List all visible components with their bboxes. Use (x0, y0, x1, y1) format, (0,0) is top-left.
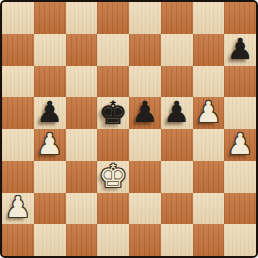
piece-black-pawn[interactable]: ♟ (164, 98, 190, 127)
square-d1[interactable] (97, 224, 129, 256)
square-b6[interactable] (34, 66, 66, 98)
square-g3[interactable] (193, 161, 225, 193)
square-b1[interactable] (34, 224, 66, 256)
square-a8[interactable] (2, 2, 34, 34)
square-a6[interactable] (2, 66, 34, 98)
square-g5[interactable]: ♟ (193, 97, 225, 129)
square-b8[interactable] (34, 2, 66, 34)
square-f6[interactable] (161, 66, 193, 98)
square-g1[interactable] (193, 224, 225, 256)
square-d6[interactable] (97, 66, 129, 98)
square-d8[interactable] (97, 2, 129, 34)
square-d2[interactable] (97, 193, 129, 225)
square-e6[interactable] (129, 66, 161, 98)
square-b4[interactable]: ♟ (34, 129, 66, 161)
square-c3[interactable] (66, 161, 98, 193)
square-g7[interactable] (193, 34, 225, 66)
square-b7[interactable] (34, 34, 66, 66)
square-d7[interactable] (97, 34, 129, 66)
piece-black-pawn[interactable]: ♟ (132, 98, 158, 127)
square-f8[interactable] (161, 2, 193, 34)
square-c2[interactable] (66, 193, 98, 225)
square-f1[interactable] (161, 224, 193, 256)
piece-black-pawn[interactable]: ♟ (227, 35, 253, 64)
square-h5[interactable] (224, 97, 256, 129)
square-a2[interactable]: ♟ (2, 193, 34, 225)
square-b3[interactable] (34, 161, 66, 193)
piece-white-pawn[interactable]: ♟ (5, 193, 31, 222)
square-c7[interactable] (66, 34, 98, 66)
square-g8[interactable] (193, 2, 225, 34)
square-d5[interactable]: ♚ (97, 97, 129, 129)
square-h4[interactable]: ♟ (224, 129, 256, 161)
square-f2[interactable] (161, 193, 193, 225)
square-h8[interactable] (224, 2, 256, 34)
square-e3[interactable] (129, 161, 161, 193)
square-g4[interactable] (193, 129, 225, 161)
square-a7[interactable] (2, 34, 34, 66)
square-h1[interactable] (224, 224, 256, 256)
square-h7[interactable]: ♟ (224, 34, 256, 66)
piece-white-pawn[interactable]: ♟ (195, 98, 221, 127)
square-c5[interactable] (66, 97, 98, 129)
square-f3[interactable] (161, 161, 193, 193)
square-a3[interactable] (2, 161, 34, 193)
piece-white-king[interactable]: ♚ (99, 160, 128, 192)
board-grid: ♟♟♚♟♟♟♟♟♚♟ (2, 2, 256, 256)
square-c6[interactable] (66, 66, 98, 98)
square-e5[interactable]: ♟ (129, 97, 161, 129)
square-g2[interactable] (193, 193, 225, 225)
square-a5[interactable] (2, 97, 34, 129)
piece-black-pawn[interactable]: ♟ (37, 98, 63, 127)
square-e1[interactable] (129, 224, 161, 256)
square-h2[interactable] (224, 193, 256, 225)
square-d3[interactable]: ♚ (97, 161, 129, 193)
square-c1[interactable] (66, 224, 98, 256)
square-e4[interactable] (129, 129, 161, 161)
square-h3[interactable] (224, 161, 256, 193)
square-c8[interactable] (66, 2, 98, 34)
square-a4[interactable] (2, 129, 34, 161)
square-g6[interactable] (193, 66, 225, 98)
square-c4[interactable] (66, 129, 98, 161)
square-h6[interactable] (224, 66, 256, 98)
square-a1[interactable] (2, 224, 34, 256)
square-f7[interactable] (161, 34, 193, 66)
piece-white-pawn[interactable]: ♟ (227, 130, 253, 159)
square-f4[interactable] (161, 129, 193, 161)
square-e7[interactable] (129, 34, 161, 66)
square-b2[interactable] (34, 193, 66, 225)
square-e8[interactable] (129, 2, 161, 34)
piece-black-king[interactable]: ♚ (99, 97, 128, 129)
square-f5[interactable]: ♟ (161, 97, 193, 129)
square-d4[interactable] (97, 129, 129, 161)
piece-white-pawn[interactable]: ♟ (37, 130, 63, 159)
square-e2[interactable] (129, 193, 161, 225)
square-b5[interactable]: ♟ (34, 97, 66, 129)
chess-board: ♟♟♚♟♟♟♟♟♚♟ (0, 0, 258, 258)
